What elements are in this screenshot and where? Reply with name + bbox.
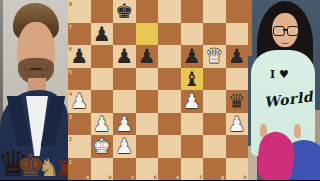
black-pawn-f6: ♟ bbox=[181, 45, 204, 68]
square-f3 bbox=[181, 113, 204, 136]
square-d2 bbox=[136, 135, 159, 158]
file-label-f: f bbox=[200, 174, 202, 180]
video-thumbnail: ♛♚♞♜ 8♚7♟6♟♟♟♟♛♟5♝4♟♟♛3♟♟♟2♚♟1abcdefgh I… bbox=[0, 0, 320, 180]
glasses-icon bbox=[287, 26, 299, 36]
right-player-photo: I ♥ World bbox=[248, 0, 320, 180]
square-f5: ♝ bbox=[181, 68, 204, 91]
square-h3: ♟ bbox=[226, 113, 249, 136]
square-h6: ♟ bbox=[226, 45, 249, 68]
white-pawn-f4: ♟ bbox=[181, 90, 204, 113]
chess-board-panel: 8♚7♟6♟♟♟♟♛♟5♝4♟♟♛3♟♟♟2♚♟1abcdefgh bbox=[68, 0, 248, 180]
square-d1: d bbox=[136, 158, 159, 181]
square-a2: 2 bbox=[68, 135, 91, 158]
square-f6: ♟ bbox=[181, 45, 204, 68]
file-label-g: g bbox=[221, 174, 224, 180]
square-d3 bbox=[136, 113, 159, 136]
rank-label-5: 5 bbox=[69, 69, 72, 75]
square-c4 bbox=[113, 90, 136, 113]
square-e5 bbox=[158, 68, 181, 91]
square-a3: 3 bbox=[68, 113, 91, 136]
file-label-e: e bbox=[176, 174, 179, 180]
square-f8 bbox=[181, 0, 204, 23]
square-f2 bbox=[181, 135, 204, 158]
square-a7: 7 bbox=[68, 23, 91, 46]
white-pawn-c2: ♟ bbox=[113, 135, 136, 158]
black-pawn-c6: ♟ bbox=[113, 45, 136, 68]
square-e1: e bbox=[158, 158, 181, 181]
file-label-a: a bbox=[86, 174, 89, 180]
white-queen-g6: ♛ bbox=[203, 45, 226, 68]
square-d5 bbox=[136, 68, 159, 91]
right-player-smile bbox=[281, 40, 289, 44]
square-f1: f bbox=[181, 158, 204, 181]
square-b5 bbox=[91, 68, 114, 91]
glasses-bridge bbox=[283, 29, 287, 31]
rank-label-6: 6 bbox=[69, 46, 72, 52]
square-f7 bbox=[181, 23, 204, 46]
square-a4: 4♟ bbox=[68, 90, 91, 113]
square-b8 bbox=[91, 0, 114, 23]
white-pawn-c3: ♟ bbox=[113, 113, 136, 136]
left-player-photo: ♛♚♞♜ bbox=[0, 0, 68, 180]
black-pawn-b7: ♟ bbox=[91, 23, 114, 46]
rank-label-1: 1 bbox=[69, 159, 72, 165]
file-label-c: c bbox=[131, 174, 134, 180]
black-pawn-h6: ♟ bbox=[226, 45, 249, 68]
square-a6: 6♟ bbox=[68, 45, 91, 68]
square-h4: ♛ bbox=[226, 90, 249, 113]
square-e3 bbox=[158, 113, 181, 136]
square-e6 bbox=[158, 45, 181, 68]
black-pawn-d6: ♟ bbox=[136, 45, 159, 68]
square-c8: ♚ bbox=[113, 0, 136, 23]
black-king-c8: ♚ bbox=[113, 0, 136, 23]
square-a5: 5 bbox=[68, 68, 91, 91]
rank-label-8: 8 bbox=[69, 1, 72, 7]
square-h8 bbox=[226, 0, 249, 23]
square-h2 bbox=[226, 135, 249, 158]
square-c6: ♟ bbox=[113, 45, 136, 68]
white-king-b2: ♚ bbox=[91, 135, 114, 158]
square-b3: ♟ bbox=[91, 113, 114, 136]
square-g7 bbox=[203, 23, 226, 46]
file-label-b: b bbox=[108, 174, 111, 180]
rank-label-4: 4 bbox=[69, 91, 72, 97]
square-g2 bbox=[203, 135, 226, 158]
square-b1: b bbox=[91, 158, 114, 181]
square-a8: 8 bbox=[68, 0, 91, 23]
square-g8 bbox=[203, 0, 226, 23]
square-e7 bbox=[158, 23, 181, 46]
sweater-text-line1: I ♥ bbox=[270, 68, 314, 81]
white-pawn-h3: ♟ bbox=[226, 113, 249, 136]
square-c5 bbox=[113, 68, 136, 91]
glasses-icon bbox=[273, 26, 285, 36]
square-d8 bbox=[136, 0, 159, 23]
square-c1: c bbox=[113, 158, 136, 181]
square-g1: g bbox=[203, 158, 226, 181]
square-d6: ♟ bbox=[136, 45, 159, 68]
square-g6: ♛ bbox=[203, 45, 226, 68]
rank-label-3: 3 bbox=[69, 114, 72, 120]
square-h5 bbox=[226, 68, 249, 91]
square-a1: 1a bbox=[68, 158, 91, 181]
background-orange-strip bbox=[248, 0, 252, 56]
square-f4: ♟ bbox=[181, 90, 204, 113]
square-e8 bbox=[158, 0, 181, 23]
square-c7 bbox=[113, 23, 136, 46]
rank-label-2: 2 bbox=[69, 136, 72, 142]
square-b6 bbox=[91, 45, 114, 68]
square-g3 bbox=[203, 113, 226, 136]
black-queen-h4: ♛ bbox=[226, 90, 249, 113]
square-e2 bbox=[158, 135, 181, 158]
square-g4 bbox=[203, 90, 226, 113]
square-b7: ♟ bbox=[91, 23, 114, 46]
wooden-chess-piece-icon: ♜ bbox=[55, 158, 68, 180]
square-g5 bbox=[203, 68, 226, 91]
file-label-h: h bbox=[243, 174, 246, 180]
right-player-hand bbox=[294, 124, 301, 138]
square-d7 bbox=[136, 23, 159, 46]
square-c2: ♟ bbox=[113, 135, 136, 158]
rank-label-7: 7 bbox=[69, 24, 72, 30]
file-label-d: d bbox=[153, 174, 156, 180]
square-c3: ♟ bbox=[113, 113, 136, 136]
left-player-mouth bbox=[30, 68, 42, 70]
square-h7 bbox=[226, 23, 249, 46]
black-bishop-f5: ♝ bbox=[181, 68, 204, 91]
white-pawn-b3: ♟ bbox=[91, 113, 114, 136]
square-d4 bbox=[136, 90, 159, 113]
square-b2: ♚ bbox=[91, 135, 114, 158]
square-e4 bbox=[158, 90, 181, 113]
chess-board: 8♚7♟6♟♟♟♟♛♟5♝4♟♟♛3♟♟♟2♚♟1abcdefgh bbox=[68, 0, 248, 180]
square-h1: h bbox=[226, 158, 249, 181]
square-b4 bbox=[91, 90, 114, 113]
